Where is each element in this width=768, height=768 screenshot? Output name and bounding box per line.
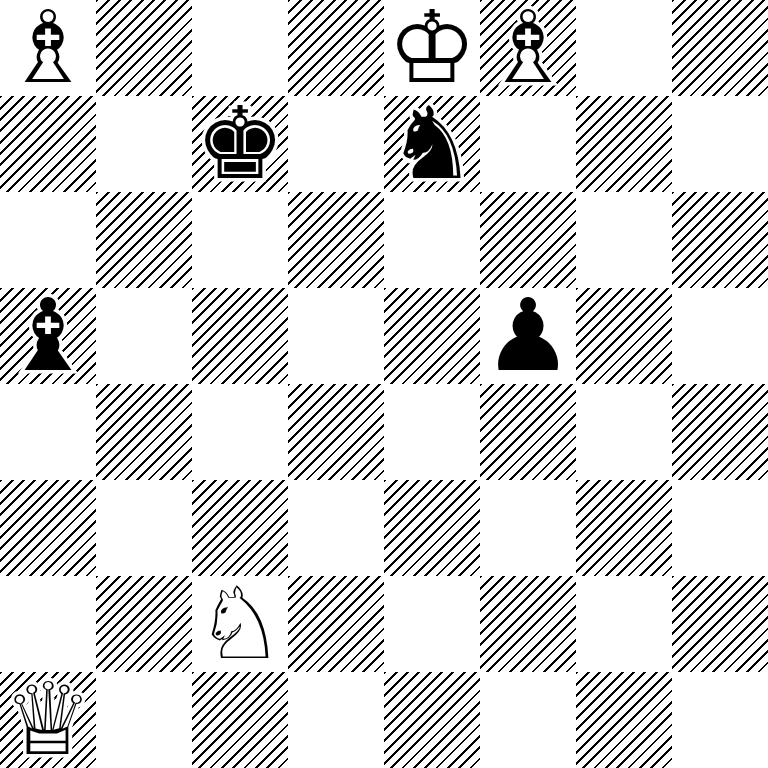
square-d8[interactable] (288, 0, 384, 96)
white-king-glyph: ♔ (387, 0, 477, 98)
square-g4[interactable] (576, 384, 672, 480)
square-f7[interactable] (480, 96, 576, 192)
white-bishop[interactable]: ♝♗ (480, 0, 576, 96)
square-h6[interactable] (672, 192, 768, 288)
square-e8[interactable]: ♚♔ (384, 0, 480, 96)
square-d5[interactable] (288, 288, 384, 384)
black-king-glyph: ♚ (195, 94, 285, 194)
square-b2[interactable] (96, 576, 192, 672)
square-b3[interactable] (96, 480, 192, 576)
black-bishop[interactable]: ♝♝ (0, 288, 96, 384)
white-knight[interactable]: ♞♘ (192, 576, 288, 672)
square-f1[interactable] (480, 672, 576, 768)
black-pawn-glyph: ♟ (483, 286, 573, 386)
white-king[interactable]: ♚♔ (384, 0, 480, 96)
square-g7[interactable] (576, 96, 672, 192)
square-c2[interactable]: ♞♘ (192, 576, 288, 672)
square-c4[interactable] (192, 384, 288, 480)
square-h2[interactable] (672, 576, 768, 672)
white-queen[interactable]: ♛♕ (0, 672, 96, 768)
square-a2[interactable] (0, 576, 96, 672)
square-c1[interactable] (192, 672, 288, 768)
square-a5[interactable]: ♝♝ (0, 288, 96, 384)
square-b7[interactable] (96, 96, 192, 192)
square-e4[interactable] (384, 384, 480, 480)
square-e2[interactable] (384, 576, 480, 672)
square-c6[interactable] (192, 192, 288, 288)
square-a8[interactable]: ♝♗ (0, 0, 96, 96)
square-g1[interactable] (576, 672, 672, 768)
square-e7[interactable]: ♞♞ (384, 96, 480, 192)
white-bishop[interactable]: ♝♗ (0, 0, 96, 96)
square-h4[interactable] (672, 384, 768, 480)
white-bishop-glyph: ♗ (483, 0, 573, 98)
black-bishop-glyph: ♝ (3, 286, 93, 386)
chess-board: ♝♗♚♔♝♗♚♚♞♞♝♝♟♟♞♘♛♕ (0, 0, 768, 768)
square-f5[interactable]: ♟♟ (480, 288, 576, 384)
square-c3[interactable] (192, 480, 288, 576)
square-e6[interactable] (384, 192, 480, 288)
square-h8[interactable] (672, 0, 768, 96)
square-d2[interactable] (288, 576, 384, 672)
square-g6[interactable] (576, 192, 672, 288)
square-f4[interactable] (480, 384, 576, 480)
square-a6[interactable] (0, 192, 96, 288)
square-f2[interactable] (480, 576, 576, 672)
square-f8[interactable]: ♝♗ (480, 0, 576, 96)
white-knight-glyph: ♘ (195, 574, 285, 674)
square-c5[interactable] (192, 288, 288, 384)
black-king[interactable]: ♚♚ (192, 96, 288, 192)
square-d7[interactable] (288, 96, 384, 192)
square-g2[interactable] (576, 576, 672, 672)
square-h1[interactable] (672, 672, 768, 768)
square-c8[interactable] (192, 0, 288, 96)
square-e3[interactable] (384, 480, 480, 576)
square-f6[interactable] (480, 192, 576, 288)
square-h5[interactable] (672, 288, 768, 384)
square-a7[interactable] (0, 96, 96, 192)
black-knight[interactable]: ♞♞ (384, 96, 480, 192)
square-d4[interactable] (288, 384, 384, 480)
square-b4[interactable] (96, 384, 192, 480)
square-d3[interactable] (288, 480, 384, 576)
square-f3[interactable] (480, 480, 576, 576)
square-d1[interactable] (288, 672, 384, 768)
square-b8[interactable] (96, 0, 192, 96)
square-e1[interactable] (384, 672, 480, 768)
square-a4[interactable] (0, 384, 96, 480)
square-h7[interactable] (672, 96, 768, 192)
square-g3[interactable] (576, 480, 672, 576)
square-d6[interactable] (288, 192, 384, 288)
white-bishop-glyph: ♗ (3, 0, 93, 98)
square-g8[interactable] (576, 0, 672, 96)
black-pawn[interactable]: ♟♟ (480, 288, 576, 384)
white-queen-glyph: ♕ (3, 670, 93, 768)
square-h3[interactable] (672, 480, 768, 576)
square-c7[interactable]: ♚♚ (192, 96, 288, 192)
square-b6[interactable] (96, 192, 192, 288)
square-b5[interactable] (96, 288, 192, 384)
black-knight-glyph: ♞ (387, 94, 477, 194)
square-a3[interactable] (0, 480, 96, 576)
square-a1[interactable]: ♛♕ (0, 672, 96, 768)
square-g5[interactable] (576, 288, 672, 384)
square-b1[interactable] (96, 672, 192, 768)
square-e5[interactable] (384, 288, 480, 384)
